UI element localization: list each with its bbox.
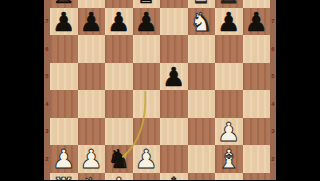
square-c4[interactable]: [105, 90, 133, 118]
square-c1[interactable]: ♝: [105, 173, 133, 181]
square-c5[interactable]: [105, 63, 133, 91]
white-rook: ♜: [50, 173, 78, 181]
square-a3[interactable]: [50, 118, 78, 146]
square-a2[interactable]: ♟: [50, 145, 78, 173]
square-e3[interactable]: [160, 118, 188, 146]
square-c3[interactable]: [105, 118, 133, 146]
black-pawn: ♟: [160, 63, 188, 91]
square-h6[interactable]: [243, 35, 271, 63]
square-g4[interactable]: [215, 90, 243, 118]
square-g7[interactable]: ♟: [215, 8, 243, 36]
square-d3[interactable]: [133, 118, 161, 146]
letterbox-left: [0, 0, 44, 180]
square-f4[interactable]: [188, 90, 216, 118]
square-e6[interactable]: [160, 35, 188, 63]
square-f5[interactable]: [188, 63, 216, 91]
white-bishop: ♝: [105, 173, 133, 181]
square-h7[interactable]: ♟: [243, 8, 271, 36]
black-knight: ♞: [105, 145, 133, 173]
square-d7[interactable]: ♟: [133, 8, 161, 36]
white-pawn: ♟: [78, 145, 106, 173]
square-d1[interactable]: [133, 173, 161, 181]
black-pawn: ♟: [78, 8, 106, 36]
white-pawn: ♟: [50, 145, 78, 173]
rank-label-2-left: 2: [44, 155, 50, 163]
video-frame: ♜♛♛♜♟♟♟♟♞♟♟♟♟♟♟♞♟♝♜♞♝♚ 8877665544332211: [0, 0, 320, 180]
square-c7[interactable]: ♟: [105, 8, 133, 36]
rank-label-3-left: 3: [44, 127, 50, 135]
square-g1[interactable]: [215, 173, 243, 181]
square-b7[interactable]: ♟: [78, 8, 106, 36]
square-h5[interactable]: [243, 63, 271, 91]
rank-label-6-left: 6: [44, 45, 50, 53]
square-c6[interactable]: [105, 35, 133, 63]
square-e8[interactable]: [160, 0, 188, 8]
square-e5[interactable]: ♟: [160, 63, 188, 91]
square-g5[interactable]: [215, 63, 243, 91]
square-a5[interactable]: [50, 63, 78, 91]
square-h1[interactable]: [243, 173, 271, 181]
square-e2[interactable]: [160, 145, 188, 173]
square-f6[interactable]: [188, 35, 216, 63]
square-g6[interactable]: [215, 35, 243, 63]
square-b1[interactable]: ♞: [78, 173, 106, 181]
square-e4[interactable]: [160, 90, 188, 118]
letterbox-right: [276, 0, 320, 180]
square-g3[interactable]: ♟: [215, 118, 243, 146]
rank-label-5-left: 5: [44, 72, 50, 80]
rank-label-7-left: 7: [44, 17, 50, 25]
black-pawn: ♟: [243, 8, 271, 36]
square-g2[interactable]: ♝: [215, 145, 243, 173]
white-bishop: ♝: [215, 145, 243, 173]
white-knight: ♞: [78, 173, 106, 181]
black-pawn: ♟: [215, 8, 243, 36]
square-f2[interactable]: [188, 145, 216, 173]
square-h4[interactable]: [243, 90, 271, 118]
square-d2[interactable]: ♟: [133, 145, 161, 173]
square-a7[interactable]: ♟: [50, 8, 78, 36]
square-b4[interactable]: [78, 90, 106, 118]
black-pawn: ♟: [133, 8, 161, 36]
black-pawn: ♟: [50, 8, 78, 36]
square-h3[interactable]: [243, 118, 271, 146]
square-a1[interactable]: ♜: [50, 173, 78, 181]
square-f7[interactable]: ♞: [188, 8, 216, 36]
black-pawn: ♟: [105, 8, 133, 36]
square-f1[interactable]: [188, 173, 216, 181]
square-c2[interactable]: ♞: [105, 145, 133, 173]
square-e1[interactable]: ♚: [160, 173, 188, 181]
square-b2[interactable]: ♟: [78, 145, 106, 173]
square-a4[interactable]: [50, 90, 78, 118]
white-pawn: ♟: [215, 118, 243, 146]
square-a6[interactable]: [50, 35, 78, 63]
chess-board: ♜♛♛♜♟♟♟♟♞♟♟♟♟♟♟♞♟♝♜♞♝♚: [50, 0, 270, 180]
white-knight: ♞: [188, 8, 216, 36]
square-e7[interactable]: [160, 8, 188, 36]
square-d6[interactable]: [133, 35, 161, 63]
square-h2[interactable]: [243, 145, 271, 173]
white-pawn: ♟: [133, 145, 161, 173]
square-b6[interactable]: [78, 35, 106, 63]
rank-label-4-left: 4: [44, 100, 50, 108]
white-king: ♚: [160, 173, 188, 181]
square-b3[interactable]: [78, 118, 106, 146]
square-b5[interactable]: [78, 63, 106, 91]
square-f3[interactable]: [188, 118, 216, 146]
square-d5[interactable]: [133, 63, 161, 91]
square-d4[interactable]: [133, 90, 161, 118]
